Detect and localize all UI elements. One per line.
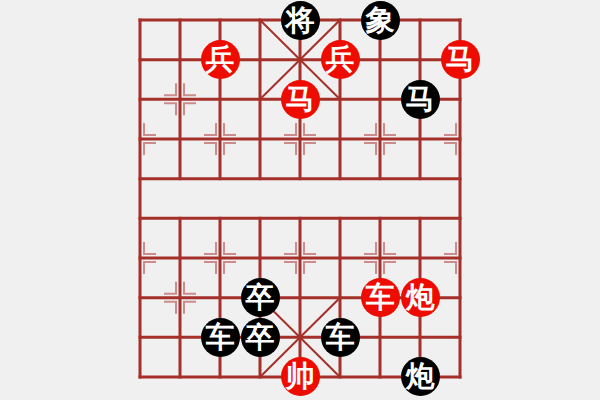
intersection-4-7 xyxy=(280,278,320,318)
intersection-3-8: 卒 xyxy=(240,317,280,357)
intersection-2-6 xyxy=(200,238,240,278)
intersection-6-4 xyxy=(360,159,400,199)
intersection-7-0 xyxy=(400,0,440,40)
piece-black-horse[interactable]: 马 xyxy=(401,80,440,119)
xiangqi-diagram: 将象兵兵马马马卒车炮车卒车帅炮 xyxy=(0,0,600,400)
piece-black-chariot-a[interactable]: 车 xyxy=(201,318,240,357)
intersection-2-3 xyxy=(200,119,240,159)
intersection-8-8 xyxy=(440,317,480,357)
piece-black-soldier-a[interactable]: 卒 xyxy=(241,278,280,317)
intersection-0-1 xyxy=(120,40,160,80)
intersection-2-2 xyxy=(200,80,240,120)
intersection-6-1 xyxy=(360,40,400,80)
intersection-3-3 xyxy=(240,119,280,159)
intersection-0-5 xyxy=(120,198,160,238)
intersection-0-0 xyxy=(120,0,160,40)
intersection-0-9 xyxy=(120,357,160,397)
intersection-1-9 xyxy=(160,357,200,397)
intersection-5-4 xyxy=(320,159,360,199)
intersection-1-0 xyxy=(160,0,200,40)
intersection-4-8 xyxy=(280,317,320,357)
intersection-8-7 xyxy=(440,278,480,318)
intersection-7-9: 炮 xyxy=(400,357,440,397)
intersection-0-8 xyxy=(120,317,160,357)
intersection-5-9 xyxy=(320,357,360,397)
intersection-4-4 xyxy=(280,159,320,199)
piece-red-cannon[interactable]: 炮 xyxy=(401,278,440,317)
intersection-0-4 xyxy=(120,159,160,199)
piece-red-general[interactable]: 帅 xyxy=(281,357,320,396)
piece-red-soldier-b[interactable]: 兵 xyxy=(321,40,360,79)
intersection-8-2 xyxy=(440,80,480,120)
intersection-3-1 xyxy=(240,40,280,80)
intersection-3-0 xyxy=(240,0,280,40)
intersection-0-6 xyxy=(120,238,160,278)
intersection-1-5 xyxy=(160,198,200,238)
intersection-3-6 xyxy=(240,238,280,278)
intersection-8-9 xyxy=(440,357,480,397)
intersection-7-7: 炮 xyxy=(400,278,440,318)
piece-red-horse-a[interactable]: 马 xyxy=(441,40,480,79)
intersection-1-3 xyxy=(160,119,200,159)
intersection-3-7: 卒 xyxy=(240,278,280,318)
intersection-2-9 xyxy=(200,357,240,397)
intersection-6-2 xyxy=(360,80,400,120)
intersection-2-8: 车 xyxy=(200,317,240,357)
intersection-2-5 xyxy=(200,198,240,238)
intersection-7-3 xyxy=(400,119,440,159)
intersection-5-5 xyxy=(320,198,360,238)
piece-black-general[interactable]: 将 xyxy=(281,1,320,40)
intersection-1-7 xyxy=(160,278,200,318)
intersection-2-1: 兵 xyxy=(200,40,240,80)
intersection-5-2 xyxy=(320,80,360,120)
intersection-8-5 xyxy=(440,198,480,238)
intersection-5-7 xyxy=(320,278,360,318)
intersection-4-6 xyxy=(280,238,320,278)
piece-red-soldier-a[interactable]: 兵 xyxy=(201,40,240,79)
intersection-7-4 xyxy=(400,159,440,199)
intersection-7-8 xyxy=(400,317,440,357)
intersection-0-3 xyxy=(120,119,160,159)
intersection-3-4 xyxy=(240,159,280,199)
intersection-8-4 xyxy=(440,159,480,199)
intersection-0-2 xyxy=(120,80,160,120)
intersection-4-9: 帅 xyxy=(280,357,320,397)
intersection-1-2 xyxy=(160,80,200,120)
intersection-7-2: 马 xyxy=(400,80,440,120)
intersection-4-0: 将 xyxy=(280,0,320,40)
intersection-7-5 xyxy=(400,198,440,238)
intersection-7-1 xyxy=(400,40,440,80)
intersection-6-6 xyxy=(360,238,400,278)
intersection-3-2 xyxy=(240,80,280,120)
intersection-1-4 xyxy=(160,159,200,199)
intersection-1-6 xyxy=(160,238,200,278)
intersection-5-8: 车 xyxy=(320,317,360,357)
intersection-1-8 xyxy=(160,317,200,357)
intersection-5-0 xyxy=(320,0,360,40)
intersection-0-7 xyxy=(120,278,160,318)
piece-black-cannon[interactable]: 炮 xyxy=(401,357,440,396)
piece-red-chariot[interactable]: 车 xyxy=(361,278,400,317)
intersection-6-0: 象 xyxy=(360,0,400,40)
piece-red-horse-b[interactable]: 马 xyxy=(281,80,320,119)
intersection-4-2: 马 xyxy=(280,80,320,120)
intersection-3-9 xyxy=(240,357,280,397)
intersection-6-7: 车 xyxy=(360,278,400,318)
intersection-5-6 xyxy=(320,238,360,278)
intersection-2-4 xyxy=(200,159,240,199)
intersection-6-3 xyxy=(360,119,400,159)
intersection-2-7 xyxy=(200,278,240,318)
intersection-4-5 xyxy=(280,198,320,238)
intersection-6-5 xyxy=(360,198,400,238)
intersection-8-3 xyxy=(440,119,480,159)
piece-black-soldier-b[interactable]: 卒 xyxy=(241,318,280,357)
intersection-6-9 xyxy=(360,357,400,397)
intersection-8-6 xyxy=(440,238,480,278)
intersection-8-0 xyxy=(440,0,480,40)
intersection-4-1 xyxy=(280,40,320,80)
intersection-2-0 xyxy=(200,0,240,40)
intersection-6-8 xyxy=(360,317,400,357)
board-grid: 将象兵兵马马马卒车炮车卒车帅炮 xyxy=(120,0,480,397)
intersection-7-6 xyxy=(400,238,440,278)
intersection-4-3 xyxy=(280,119,320,159)
intersection-5-3 xyxy=(320,119,360,159)
intersection-3-5 xyxy=(240,198,280,238)
intersection-8-1: 马 xyxy=(440,40,480,80)
piece-black-elephant[interactable]: 象 xyxy=(361,1,400,40)
piece-black-chariot-b[interactable]: 车 xyxy=(321,318,360,357)
intersection-1-1 xyxy=(160,40,200,80)
intersection-5-1: 兵 xyxy=(320,40,360,80)
